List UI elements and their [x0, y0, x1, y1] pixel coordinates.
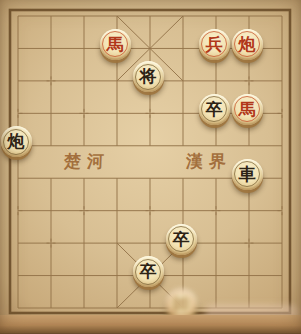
board-surface[interactable]: 楚河 漢界 馬兵炮将卒馬炮車卒卒帥	[0, 0, 301, 334]
piece-black-general[interactable]: 将	[133, 61, 164, 92]
piece-red-horse-2[interactable]: 馬	[232, 94, 263, 125]
piece-glyph: 卒	[206, 97, 223, 120]
river-label-right: 漢界	[186, 151, 233, 173]
piece-red-cannon[interactable]: 炮	[232, 29, 263, 60]
piece-black-cannon[interactable]: 炮	[1, 126, 32, 157]
river-label-left: 楚河	[64, 151, 111, 173]
piece-glyph: 車	[239, 162, 256, 185]
piece-red-soldier[interactable]: 兵	[199, 29, 230, 60]
piece-glyph: 炮	[8, 130, 25, 153]
piece-glyph: 兵	[206, 32, 223, 55]
piece-glyph: 将	[140, 65, 157, 88]
piece-black-soldier-3[interactable]: 卒	[133, 256, 164, 287]
piece-glyph: 帥	[173, 292, 190, 315]
piece-black-chariot[interactable]: 車	[232, 159, 263, 190]
piece-glyph: 馬	[107, 32, 124, 55]
piece-glyph: 馬	[239, 97, 256, 120]
piece-glyph: 卒	[173, 227, 190, 250]
piece-glyph: 炮	[239, 32, 256, 55]
xiangqi-board-screen: 楚河 漢界 馬兵炮将卒馬炮車卒卒帥	[0, 0, 301, 334]
piece-black-soldier-2[interactable]: 卒	[166, 224, 197, 255]
piece-black-soldier-1[interactable]: 卒	[199, 94, 230, 125]
board-bottom-edge	[0, 315, 301, 334]
piece-glyph: 卒	[140, 260, 157, 283]
piece-red-horse-1[interactable]: 馬	[100, 29, 131, 60]
